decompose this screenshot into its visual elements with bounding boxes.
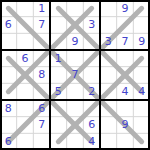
cell-r5c1-empty[interactable] [0,67,17,84]
cell-r2c5-empty[interactable] [67,17,84,34]
cell-r1c2-empty[interactable] [17,0,34,17]
cell-r1c3-given[interactable]: 1 [33,0,50,17]
cell-r9c1-given[interactable]: 6 [0,133,17,150]
cell-r7c1-given[interactable]: 8 [0,100,17,117]
cell-r7c6-empty[interactable] [83,100,100,117]
cell-r9c8-empty[interactable] [117,133,134,150]
cell-r5c8-empty[interactable] [117,67,134,84]
cell-r7c7-empty[interactable] [100,100,117,117]
cell-r7c8-empty[interactable] [117,100,134,117]
cell-r7c4-empty[interactable] [50,100,67,117]
cell-r9c4-empty[interactable] [50,133,67,150]
cell-r3c3-empty[interactable] [33,33,50,50]
cell-r8c2-empty[interactable] [17,117,34,134]
cell-r2c7-empty[interactable] [100,17,117,34]
cell-r4c9-empty[interactable] [133,50,150,67]
cell-r2c8-empty[interactable] [117,17,134,34]
cell-r4c2-given[interactable]: 6 [17,50,34,67]
cell-r9c9-given[interactable] [133,133,150,150]
cell-r5c9-empty[interactable] [133,67,150,84]
cell-r4c8-empty[interactable] [117,50,134,67]
cell-r4c5-empty[interactable] [67,50,84,67]
cell-r8c3-given[interactable]: 7 [33,117,50,134]
cell-r9c5-empty[interactable] [67,133,84,150]
cell-r1c7-empty[interactable] [100,0,117,17]
cell-r6c1-empty[interactable] [0,83,17,100]
cell-r6c6-given[interactable]: 2 [83,83,100,100]
cell-r2c9-empty[interactable] [133,17,150,34]
cell-r1c8-given[interactable]: 9 [117,0,134,17]
cell-r1c5-empty[interactable] [67,0,84,17]
cell-r3c5-given[interactable]: 9 [67,33,84,50]
cell-r5c7-empty[interactable] [100,67,117,84]
cell-r6c8-given[interactable]: 4 [117,83,134,100]
cell-r4c3-empty[interactable] [33,50,50,67]
cell-r9c2-empty[interactable] [17,133,34,150]
cell-r3c9-given[interactable]: 9 [133,33,150,50]
cell-r2c4-empty[interactable] [50,17,67,34]
cell-r3c4-empty[interactable] [50,33,67,50]
cell-r3c2-empty[interactable] [17,33,34,50]
cell-r5c3-given[interactable]: 8 [33,67,50,84]
cell-r8c7-empty[interactable] [100,117,117,134]
cell-r8c1-empty[interactable] [0,117,17,134]
cell-r4c1-empty[interactable] [0,50,17,67]
cell-r8c4-empty[interactable] [50,117,67,134]
cell-r1c6-empty[interactable] [83,0,100,17]
cell-r6c5-empty[interactable] [67,83,84,100]
cell-r2c1-given[interactable]: 6 [0,17,17,34]
cell-r1c4-empty[interactable] [50,0,67,17]
cell-r2c2-empty[interactable] [17,17,34,34]
cell-r7c2-empty[interactable] [17,100,34,117]
sudoku-board: 196739379618752448676964 [0,0,150,150]
cell-r1c9-empty[interactable] [133,0,150,17]
cell-r6c9-given[interactable]: 4 [133,83,150,100]
cell-r8c6-given[interactable]: 6 [83,117,100,134]
cell-r6c2-empty[interactable] [17,83,34,100]
cell-r1c1-empty[interactable] [0,0,17,17]
cell-r5c6-empty[interactable] [83,67,100,84]
cell-r5c4-empty[interactable] [50,67,67,84]
cell-r3c8-given[interactable]: 7 [117,33,134,50]
cell-r8c8-given[interactable]: 9 [117,117,134,134]
cell-r9c3-empty[interactable] [33,133,50,150]
cell-r3c7-given[interactable]: 3 [100,33,117,50]
cell-r4c4-given[interactable]: 1 [50,50,67,67]
cell-r7c3-given[interactable]: 6 [33,100,50,117]
cell-r2c6-given[interactable]: 3 [83,17,100,34]
cell-r9c7-empty[interactable] [100,133,117,150]
cell-r5c5-given[interactable]: 7 [67,67,84,84]
cell-r3c6-empty[interactable] [83,33,100,50]
cell-r4c7-empty[interactable] [100,50,117,67]
cell-r7c9-empty[interactable] [133,100,150,117]
cell-r5c2-empty[interactable] [17,67,34,84]
cell-r8c5-empty[interactable] [67,117,84,134]
cell-r6c7-empty[interactable] [100,83,117,100]
cell-r6c3-empty[interactable] [33,83,50,100]
cell-r9c6-given[interactable]: 4 [83,133,100,150]
sudoku-cell-grid: 196739379618752448676964 [0,0,150,150]
cell-r6c4-given[interactable]: 5 [50,83,67,100]
cell-r3c1-empty[interactable] [0,33,17,50]
cell-r4c6-empty[interactable] [83,50,100,67]
cell-r2c3-given[interactable]: 7 [33,17,50,34]
cell-r7c5-empty[interactable] [67,100,84,117]
cell-r8c9-empty[interactable] [133,117,150,134]
